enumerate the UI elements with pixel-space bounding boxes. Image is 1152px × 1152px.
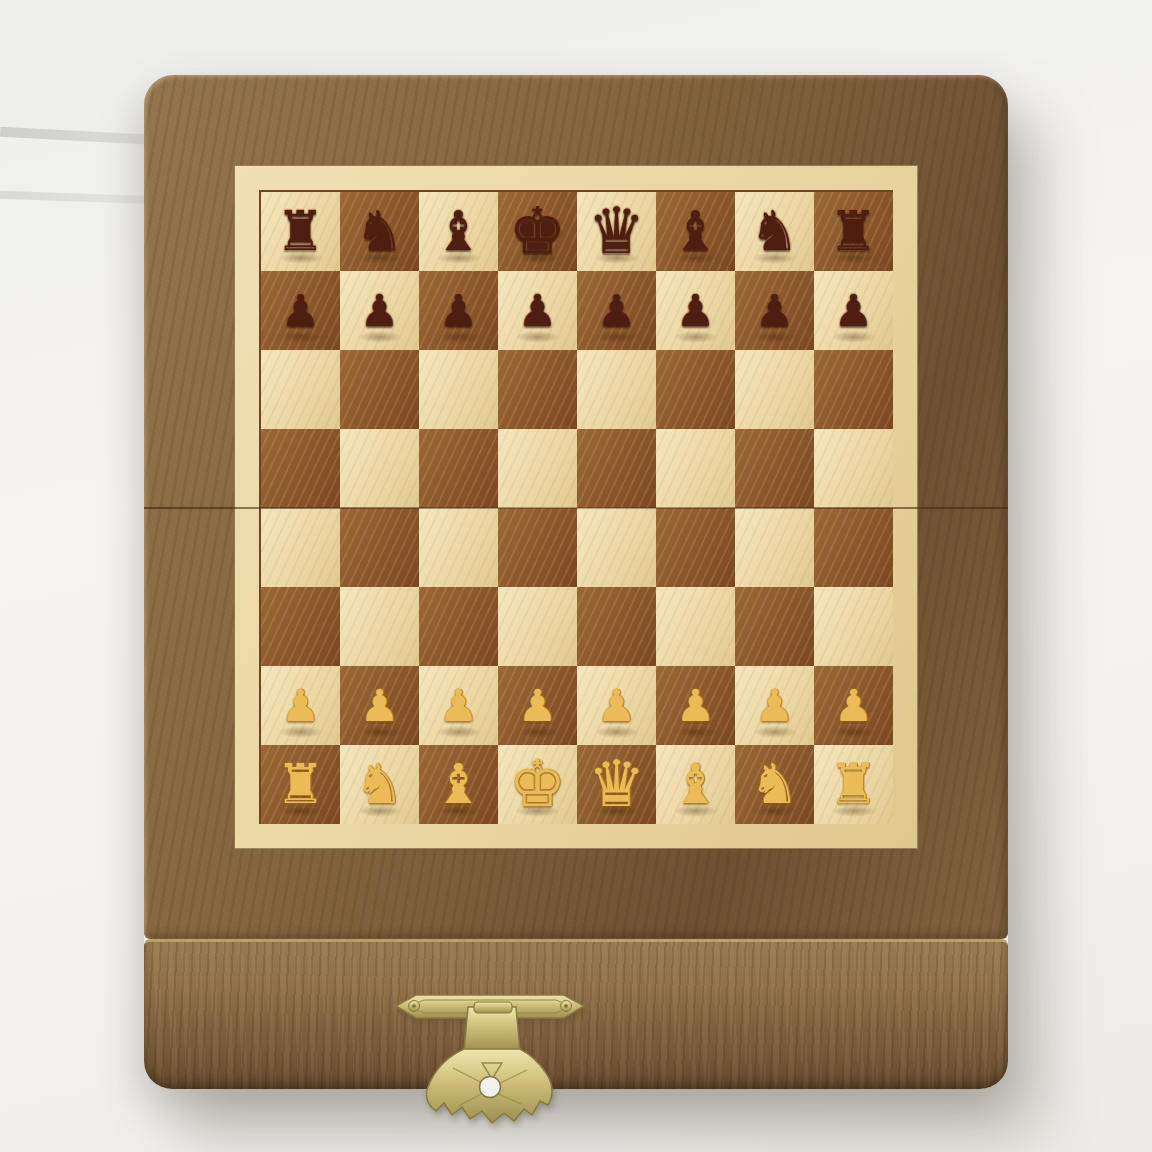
square-c2: ♟ (419, 666, 498, 745)
box-lid-frame: ♜♞♝♚♛♝♞♜♟♟♟♟♟♟♟♟♟♟♟♟♟♟♟♟♜♞♝♚♛♝♞♜ (144, 75, 1008, 939)
square-a8: ♜ (261, 192, 340, 271)
square-c7: ♟ (419, 271, 498, 350)
square-f3 (656, 587, 735, 666)
white-queen: ♛ (577, 745, 656, 824)
black-pawn: ♟ (261, 271, 340, 350)
square-h7: ♟ (814, 271, 893, 350)
square-c6 (419, 350, 498, 429)
black-king: ♚ (498, 192, 577, 271)
square-a4 (261, 508, 340, 587)
square-g6 (735, 350, 814, 429)
white-pawn: ♟ (340, 666, 419, 745)
folding-chess-box: ♜♞♝♚♛♝♞♜♟♟♟♟♟♟♟♟♟♟♟♟♟♟♟♟♜♞♝♚♛♝♞♜ (144, 75, 1008, 1089)
white-knight: ♞ (735, 745, 814, 824)
square-b4 (340, 508, 419, 587)
square-e5 (577, 429, 656, 508)
latch-hole (480, 1077, 501, 1098)
white-pawn: ♟ (735, 666, 814, 745)
white-knight: ♞ (340, 745, 419, 824)
square-a6 (261, 350, 340, 429)
square-e1: ♛ (577, 745, 656, 824)
square-a2: ♟ (261, 666, 340, 745)
square-c8: ♝ (419, 192, 498, 271)
square-b5 (340, 429, 419, 508)
white-rook: ♜ (814, 745, 893, 824)
square-a7: ♟ (261, 271, 340, 350)
square-g8: ♞ (735, 192, 814, 271)
square-g7: ♟ (735, 271, 814, 350)
square-f8: ♝ (656, 192, 735, 271)
square-e4 (577, 508, 656, 587)
black-bishop: ♝ (656, 192, 735, 271)
black-queen: ♛ (577, 192, 656, 271)
square-g2: ♟ (735, 666, 814, 745)
black-pawn: ♟ (419, 271, 498, 350)
white-rook: ♜ (261, 745, 340, 824)
black-pawn: ♟ (656, 271, 735, 350)
brass-latch (390, 983, 590, 1133)
square-f1: ♝ (656, 745, 735, 824)
square-b7: ♟ (340, 271, 419, 350)
white-king: ♚ (498, 745, 577, 824)
square-b2: ♟ (340, 666, 419, 745)
square-b3 (340, 587, 419, 666)
black-pawn: ♟ (735, 271, 814, 350)
square-a5 (261, 429, 340, 508)
square-a1: ♜ (261, 745, 340, 824)
square-h1: ♜ (814, 745, 893, 824)
square-e7: ♟ (577, 271, 656, 350)
square-h3 (814, 587, 893, 666)
white-pawn: ♟ (656, 666, 735, 745)
square-f4 (656, 508, 735, 587)
black-pawn: ♟ (577, 271, 656, 350)
square-d1: ♚ (498, 745, 577, 824)
square-h2: ♟ (814, 666, 893, 745)
square-h6 (814, 350, 893, 429)
square-h8: ♜ (814, 192, 893, 271)
black-rook: ♜ (814, 192, 893, 271)
square-d7: ♟ (498, 271, 577, 350)
square-b6 (340, 350, 419, 429)
black-bishop: ♝ (419, 192, 498, 271)
black-rook: ♜ (261, 192, 340, 271)
black-knight: ♞ (340, 192, 419, 271)
square-e2: ♟ (577, 666, 656, 745)
square-d8: ♚ (498, 192, 577, 271)
square-c5 (419, 429, 498, 508)
square-f5 (656, 429, 735, 508)
square-b8: ♞ (340, 192, 419, 271)
square-d4 (498, 508, 577, 587)
square-c4 (419, 508, 498, 587)
white-pawn: ♟ (419, 666, 498, 745)
square-g1: ♞ (735, 745, 814, 824)
square-f7: ♟ (656, 271, 735, 350)
square-d3 (498, 587, 577, 666)
black-pawn: ♟ (498, 271, 577, 350)
white-bishop: ♝ (419, 745, 498, 824)
square-d2: ♟ (498, 666, 577, 745)
square-f6 (656, 350, 735, 429)
white-pawn: ♟ (577, 666, 656, 745)
square-c1: ♝ (419, 745, 498, 824)
square-g5 (735, 429, 814, 508)
square-h5 (814, 429, 893, 508)
white-pawn: ♟ (498, 666, 577, 745)
white-pawn: ♟ (261, 666, 340, 745)
black-knight: ♞ (735, 192, 814, 271)
white-pawn: ♟ (814, 666, 893, 745)
square-e8: ♛ (577, 192, 656, 271)
black-pawn: ♟ (814, 271, 893, 350)
fold-seam (144, 507, 1008, 509)
latch-clasp (426, 1002, 552, 1123)
square-e6 (577, 350, 656, 429)
square-d5 (498, 429, 577, 508)
square-c3 (419, 587, 498, 666)
square-d6 (498, 350, 577, 429)
square-b1: ♞ (340, 745, 419, 824)
square-g3 (735, 587, 814, 666)
square-f2: ♟ (656, 666, 735, 745)
black-pawn: ♟ (340, 271, 419, 350)
square-a3 (261, 587, 340, 666)
square-e3 (577, 587, 656, 666)
square-h4 (814, 508, 893, 587)
square-g4 (735, 508, 814, 587)
white-bishop: ♝ (656, 745, 735, 824)
